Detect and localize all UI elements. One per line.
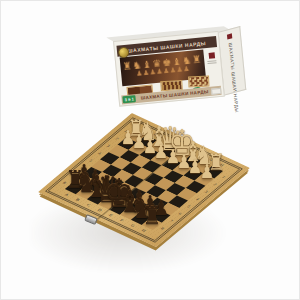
badge-3-in-1: 3 в 1 <box>122 95 136 103</box>
product-box: ШАХМАТЫ ШАШКИ НАРДЫ ШАХМАТЫ ШАШКИ НАРДЫ … <box>113 28 253 107</box>
thumbnail-chess-board <box>188 76 209 88</box>
brand-logo <box>206 52 218 64</box>
box-side-text: ШАХМАТЫ ШАШКИ НАРДЫ <box>228 42 240 113</box>
brand-logo-icon <box>227 33 232 39</box>
logo-text-line <box>208 62 217 64</box>
article-label <box>211 88 222 95</box>
light-pawn: ♟ <box>199 162 214 181</box>
dark-rook: ♜ <box>143 202 162 227</box>
product-photo: ШАХМАТЫ ШАШКИ НАРДЫ ШАХМАТЫ ШАШКИ НАРДЫ … <box>0 0 300 300</box>
brand-logo-icon <box>208 52 215 59</box>
box-front-panel: ШАХМАТЫ ШАШКИ НАРДЫ ♜♞♝♛♚♝♞♜ ♟♟♟♟♟♟♟♟ 3 … <box>113 31 225 107</box>
